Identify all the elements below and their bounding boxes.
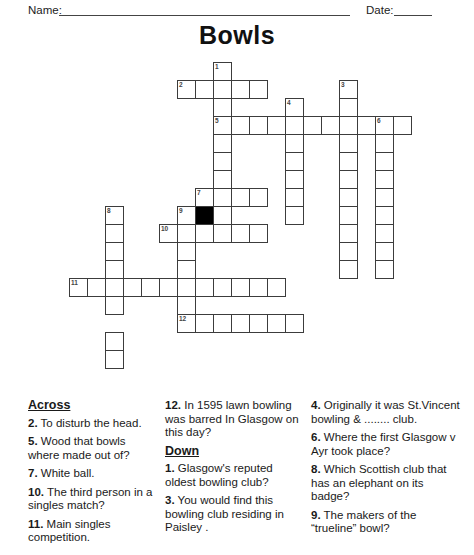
grid-cell[interactable] <box>375 170 394 189</box>
clue-text: White ball. <box>41 467 95 479</box>
grid-cell[interactable]: 2 <box>177 80 196 99</box>
grid-cell[interactable] <box>177 224 196 243</box>
grid-cell[interactable] <box>303 116 322 135</box>
clue-number: 1. <box>165 462 175 474</box>
name-input-line[interactable] <box>59 15 350 16</box>
grid-cell[interactable] <box>177 278 196 297</box>
grid-cell[interactable] <box>339 224 358 243</box>
grid-cell[interactable] <box>159 278 178 297</box>
grid-cell[interactable] <box>195 314 214 333</box>
worksheet-page: Name: Date: Bowls 123456789101112 Across… <box>0 0 474 555</box>
cell-number: 2 <box>179 81 183 89</box>
grid-cell[interactable] <box>177 242 196 261</box>
grid-cell[interactable] <box>213 224 232 243</box>
grid-cell[interactable] <box>213 278 232 297</box>
grid-cell[interactable]: 7 <box>195 188 214 207</box>
clue-text: The third person in a singles match? <box>28 486 152 512</box>
clue-text: Wood that bowls where made out of? <box>28 435 130 461</box>
grid-cell[interactable]: 1 <box>213 62 232 81</box>
grid-cell[interactable] <box>249 314 268 333</box>
clue-across-10: 10. The third person in a singles match? <box>28 486 159 513</box>
clue-number: 4. <box>311 399 321 411</box>
grid-cell[interactable] <box>105 242 124 261</box>
clue-text: In 1595 lawn bowling was barred In Glasg… <box>165 399 299 438</box>
grid-cell[interactable] <box>339 242 358 261</box>
grid-cell[interactable] <box>339 134 358 153</box>
clue-text: You would find this bowling club residin… <box>165 494 284 533</box>
grid-cell[interactable] <box>321 116 340 135</box>
grid-cell[interactable] <box>177 260 196 279</box>
grid-cell[interactable]: 12 <box>177 314 196 333</box>
grid-cell[interactable] <box>339 170 358 189</box>
clue-number: 3. <box>165 494 175 506</box>
clue-number: 8. <box>311 463 321 475</box>
grid-cell[interactable] <box>249 80 268 99</box>
grid-cell[interactable] <box>375 206 394 225</box>
grid-cell[interactable] <box>339 98 358 117</box>
puzzle-title: Bowls <box>0 21 474 50</box>
grid-cell[interactable]: 9 <box>177 206 196 225</box>
grid-cell[interactable] <box>285 116 304 135</box>
clue-text: Glasgow's reputed oldest bowling club? <box>165 462 273 488</box>
grid-cell[interactable] <box>195 80 214 99</box>
grid-cell[interactable] <box>339 188 358 207</box>
grid-cell[interactable]: 3 <box>339 80 358 99</box>
grid-cell[interactable] <box>213 314 232 333</box>
date-label: Date: <box>366 4 394 16</box>
grid-cell[interactable] <box>213 98 232 117</box>
grid-cell[interactable] <box>267 116 286 135</box>
grid-cell[interactable] <box>285 170 304 189</box>
grid-cell[interactable] <box>375 152 394 171</box>
clue-text: The makers of the “trueline” bowl? <box>311 509 416 535</box>
grid-cell[interactable] <box>231 224 250 243</box>
clue-text: Which Scottish club that has an elephant… <box>311 463 447 502</box>
clue-across-5: 5. Wood that bowls where made out of? <box>28 435 159 462</box>
grid-cell[interactable] <box>231 188 250 207</box>
grid-cell[interactable] <box>249 224 268 243</box>
clue-down-3: 3. You would find this bowling club resi… <box>165 494 304 535</box>
grid-cell[interactable] <box>213 170 232 189</box>
cell-number: 6 <box>377 117 381 125</box>
grid-cell[interactable] <box>393 116 412 135</box>
crossword-grid: 123456789101112 <box>69 62 412 369</box>
grid-cell[interactable] <box>267 314 286 333</box>
clues-column-3: 4. Originally it was St.Vincent bowling … <box>311 399 464 541</box>
grid-cell[interactable]: 10 <box>159 224 178 243</box>
grid-cell[interactable] <box>105 350 124 369</box>
grid-cell[interactable] <box>231 278 250 297</box>
grid-cell[interactable] <box>285 188 304 207</box>
grid-cell[interactable] <box>357 116 376 135</box>
grid-cell[interactable] <box>375 260 394 279</box>
cell-number: 4 <box>287 99 291 107</box>
grid-cell[interactable] <box>375 224 394 243</box>
grid-cell[interactable] <box>231 116 250 135</box>
grid-cell[interactable] <box>339 116 358 135</box>
clues-column-2: 12. In 1595 lawn bowling was barred In G… <box>165 399 304 540</box>
clue-number: 12. <box>165 399 181 411</box>
clue-number: 9. <box>311 509 321 521</box>
grid-cell[interactable] <box>249 116 268 135</box>
down-heading: Down <box>165 445 304 459</box>
grid-cell[interactable] <box>141 278 160 297</box>
cell-number: 1 <box>215 63 219 71</box>
grid-cell[interactable] <box>105 332 124 351</box>
cell-number: 5 <box>215 117 219 125</box>
grid-cell[interactable] <box>231 314 250 333</box>
grid-cell[interactable] <box>285 152 304 171</box>
grid-cell[interactable] <box>213 134 232 153</box>
clue-down-1: 1. Glasgow's reputed oldest bowling club… <box>165 462 304 489</box>
grid-cell[interactable] <box>285 314 304 333</box>
grid-cell[interactable]: 5 <box>213 116 232 135</box>
grid-cell[interactable]: 4 <box>285 98 304 117</box>
grid-cell[interactable] <box>105 224 124 243</box>
cell-number: 10 <box>161 225 168 233</box>
clue-text: Originally it was St.Vincent bowling & .… <box>311 399 460 425</box>
grid-cell[interactable] <box>375 242 394 261</box>
grid-cell[interactable] <box>87 278 106 297</box>
clue-number: 2. <box>28 417 38 429</box>
grid-cell[interactable] <box>105 278 124 297</box>
grid-cell[interactable] <box>105 296 124 315</box>
clue-across-7: 7. White ball. <box>28 467 159 481</box>
clue-number: 7. <box>28 467 38 479</box>
grid-cell[interactable] <box>213 206 232 225</box>
clues-column-1: Across 2. To disturb the head. 5. Wood t… <box>28 399 159 550</box>
cell-number: 11 <box>71 279 78 287</box>
grid-cell[interactable] <box>267 278 286 297</box>
grid-cell[interactable] <box>249 188 268 207</box>
clue-down-8: 8. Which Scottish club that has an eleph… <box>311 463 464 504</box>
grid-cell[interactable] <box>285 206 304 225</box>
grid-cell[interactable] <box>339 206 358 225</box>
clue-down-4: 4. Originally it was St.Vincent bowling … <box>311 399 464 426</box>
cell-number: 7 <box>197 189 201 197</box>
clue-down-9: 9. The makers of the “trueline” bowl? <box>311 509 464 536</box>
cell-number: 8 <box>107 207 111 215</box>
grid-cell[interactable] <box>177 296 196 315</box>
grid-cell[interactable] <box>195 278 214 297</box>
clue-across-12: 12. In 1595 lawn bowling was barred In G… <box>165 399 304 440</box>
grid-cell[interactable] <box>213 80 232 99</box>
grid-cell[interactable] <box>105 260 124 279</box>
grid-cell[interactable]: 6 <box>375 116 394 135</box>
cell-number: 12 <box>179 315 186 323</box>
grid-cell[interactable] <box>339 260 358 279</box>
clue-number: 10. <box>28 486 44 498</box>
cell-number: 9 <box>179 207 183 215</box>
clue-text: To disturb the head. <box>41 417 142 429</box>
cell-number: 3 <box>341 81 345 89</box>
grid-cell[interactable] <box>213 152 232 171</box>
grid-cell[interactable] <box>339 152 358 171</box>
grid-cell[interactable]: 8 <box>105 206 124 225</box>
name-label: Name: <box>28 4 62 16</box>
clue-across-2: 2. To disturb the head. <box>28 417 159 431</box>
clue-across-11: 11. Main singles competition. <box>28 518 159 545</box>
grid-cell[interactable] <box>195 224 214 243</box>
grid-cell[interactable] <box>249 278 268 297</box>
grid-cell[interactable]: 11 <box>69 278 88 297</box>
grid-cell[interactable] <box>375 188 394 207</box>
grid-cell[interactable] <box>231 80 250 99</box>
clue-down-6: 6. Where the first Glasgow v Ayr took pl… <box>311 431 464 458</box>
date-input-line[interactable] <box>394 15 432 16</box>
grid-cell[interactable] <box>123 278 142 297</box>
grid-cell[interactable] <box>213 188 232 207</box>
clue-number: 5. <box>28 435 38 447</box>
grid-cell[interactable] <box>375 134 394 153</box>
grid-cell[interactable] <box>285 134 304 153</box>
clue-number: 6. <box>311 431 321 443</box>
clue-number: 11. <box>28 518 43 530</box>
clue-text: Where the first Glasgow v Ayr took place… <box>311 431 455 457</box>
black-cell <box>195 206 214 225</box>
across-heading: Across <box>28 399 159 413</box>
